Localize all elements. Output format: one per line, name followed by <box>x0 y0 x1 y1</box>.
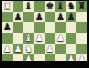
square-g5[interactable] <box>66 33 77 44</box>
square-g7[interactable]: ♟ <box>66 12 77 23</box>
square-a8[interactable]: ♜ <box>2 1 13 12</box>
white-pawn[interactable]: ♟ <box>13 44 24 55</box>
square-c8[interactable]: ♝ <box>23 1 34 12</box>
square-d4[interactable] <box>34 44 45 55</box>
square-f4[interactable] <box>55 44 66 55</box>
black-pawn[interactable]: ♟ <box>34 12 45 23</box>
square-e3[interactable] <box>45 54 56 61</box>
chess-board[interactable]: ♜♝♚♝♞♜♟♟♟♟♟♝♟♟♟♟♞♟♟♟♟ <box>2 1 87 61</box>
square-b7[interactable]: ♟ <box>13 12 24 23</box>
square-e8[interactable]: ♚ <box>45 1 56 12</box>
black-pawn[interactable]: ♟ <box>66 12 77 23</box>
square-h8[interactable]: ♜ <box>76 1 87 12</box>
square-f7[interactable]: ♟ <box>55 12 66 23</box>
square-d5[interactable]: ♟ <box>34 33 45 44</box>
square-c5[interactable]: ♝ <box>23 33 34 44</box>
square-e4[interactable]: ♟ <box>45 44 56 55</box>
square-a3[interactable] <box>2 54 13 61</box>
square-e5[interactable] <box>45 33 56 44</box>
square-b3[interactable] <box>13 54 24 61</box>
bottom-frame <box>0 61 89 68</box>
white-pawn[interactable]: ♟ <box>66 54 77 61</box>
white-pawn[interactable]: ♟ <box>55 33 66 44</box>
chess-thumbnail: ♜♝♚♝♞♜♟♟♟♟♟♝♟♟♟♟♞♟♟♟♟ <box>0 0 89 68</box>
black-pawn[interactable]: ♟ <box>55 12 66 23</box>
white-pawn[interactable]: ♟ <box>45 44 56 55</box>
square-b6[interactable] <box>13 22 24 33</box>
black-pawn[interactable]: ♟ <box>2 22 13 33</box>
white-pawn[interactable]: ♟ <box>34 33 45 44</box>
square-a6[interactable]: ♟ <box>2 22 13 33</box>
white-bishop[interactable]: ♝ <box>23 33 34 44</box>
square-h3[interactable]: ♟ <box>76 54 87 61</box>
black-bishop[interactable]: ♝ <box>23 1 34 12</box>
square-d7[interactable]: ♟ <box>34 12 45 23</box>
black-rook[interactable]: ♜ <box>76 1 87 12</box>
square-f3[interactable] <box>55 54 66 61</box>
square-e6[interactable] <box>45 22 56 33</box>
square-e7[interactable] <box>45 12 56 23</box>
board-viewport: ♜♝♚♝♞♜♟♟♟♟♟♝♟♟♟♟♞♟♟♟♟ <box>2 1 87 61</box>
white-pawn[interactable]: ♟ <box>23 54 34 61</box>
square-g3[interactable]: ♟ <box>66 54 77 61</box>
square-h6[interactable] <box>76 22 87 33</box>
square-g6[interactable] <box>66 22 77 33</box>
square-f5[interactable]: ♟ <box>55 33 66 44</box>
square-h7[interactable] <box>76 12 87 23</box>
white-pawn[interactable]: ♟ <box>76 54 87 61</box>
square-b5[interactable] <box>13 33 24 44</box>
white-rook[interactable]: ♜ <box>2 1 13 12</box>
square-h5[interactable] <box>76 33 87 44</box>
square-a4[interactable]: ♟ <box>2 44 13 55</box>
black-pawn[interactable]: ♟ <box>13 12 24 23</box>
square-b4[interactable]: ♟ <box>13 44 24 55</box>
square-a5[interactable] <box>2 33 13 44</box>
square-c7[interactable] <box>23 12 34 23</box>
square-d3[interactable] <box>34 54 45 61</box>
white-pawn[interactable]: ♟ <box>2 44 13 55</box>
black-king[interactable]: ♚ <box>45 1 56 12</box>
square-c3[interactable]: ♟ <box>23 54 34 61</box>
